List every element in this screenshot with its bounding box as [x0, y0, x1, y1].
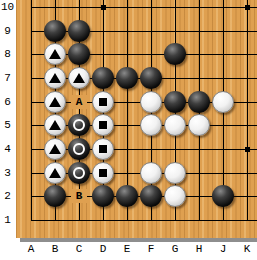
stone-white[interactable] [164, 185, 186, 207]
stone-white[interactable] [140, 162, 162, 184]
coord-label-row-2: 2 [0, 190, 15, 202]
coord-label-col-H: H [191, 243, 207, 255]
stone-white[interactable] [188, 114, 210, 136]
point-label-B[interactable]: B [71, 189, 87, 203]
stone-white-triangle-marked[interactable] [44, 138, 66, 160]
stone-black[interactable] [92, 185, 114, 207]
label-dash [79, 90, 80, 94]
coord-label-row-3: 3 [0, 167, 15, 179]
stone-white[interactable] [212, 91, 234, 113]
circle-mark [73, 119, 85, 131]
go-diagram: ABABCDEFGHJK10987654321 [0, 0, 257, 260]
stone-white-square-marked[interactable] [92, 91, 114, 113]
triangle-mark [49, 73, 61, 83]
stone-black-circle-marked[interactable] [68, 114, 90, 136]
triangle-mark [49, 168, 61, 178]
stone-white-triangle-marked[interactable] [44, 43, 66, 65]
circle-mark [73, 167, 85, 179]
stone-black[interactable] [92, 67, 114, 89]
label-dash [79, 184, 80, 188]
grid-line-vertical-A [31, 0, 32, 221]
coord-label-col-E: E [119, 243, 135, 255]
stone-white-square-marked[interactable] [92, 114, 114, 136]
coord-label-row-9: 9 [0, 25, 15, 37]
stone-black[interactable] [116, 185, 138, 207]
stone-white[interactable] [140, 114, 162, 136]
coord-label-row-10: 10 [0, 1, 15, 13]
coord-label-col-C: C [71, 243, 87, 255]
coord-label-col-D: D [95, 243, 111, 255]
coord-label-col-J: J [215, 243, 231, 255]
point-label-A[interactable]: A [71, 95, 87, 109]
grid-line-horizontal-1 [31, 220, 257, 221]
stone-black[interactable] [68, 43, 90, 65]
square-mark [99, 169, 107, 177]
stone-black-circle-marked[interactable] [68, 138, 90, 160]
stone-white-triangle-marked[interactable] [44, 91, 66, 113]
stone-white[interactable] [164, 162, 186, 184]
stone-black[interactable] [164, 91, 186, 113]
stone-white[interactable] [164, 114, 186, 136]
coord-label-col-B: B [47, 243, 63, 255]
stone-white-triangle-marked[interactable] [44, 114, 66, 136]
stone-black-circle-marked[interactable] [68, 162, 90, 184]
square-mark [99, 98, 107, 106]
triangle-mark [73, 73, 85, 83]
coord-label-col-G: G [167, 243, 183, 255]
stone-black[interactable] [164, 43, 186, 65]
star-point-K10 [245, 5, 250, 10]
stone-white-triangle-marked[interactable] [68, 67, 90, 89]
stone-black[interactable] [116, 67, 138, 89]
stone-black[interactable] [44, 185, 66, 207]
grid-line-vertical-K [247, 0, 248, 221]
stone-white-triangle-marked[interactable] [44, 162, 66, 184]
label-dash [79, 205, 80, 209]
stone-white-square-marked[interactable] [92, 162, 114, 184]
circle-mark [73, 143, 85, 155]
coord-label-col-F: F [143, 243, 159, 255]
stone-black[interactable] [140, 67, 162, 89]
coord-label-col-A: A [23, 243, 39, 255]
stone-white[interactable] [140, 91, 162, 113]
coord-label-row-5: 5 [0, 119, 15, 131]
board-edge-shadow [20, 238, 257, 242]
triangle-mark [49, 97, 61, 107]
coord-label-col-K: K [239, 243, 255, 255]
stone-black[interactable] [68, 20, 90, 42]
stone-white-square-marked[interactable] [92, 138, 114, 160]
stone-black[interactable] [212, 185, 234, 207]
triangle-mark [49, 144, 61, 154]
coord-label-row-6: 6 [0, 96, 15, 108]
stone-black[interactable] [44, 20, 66, 42]
square-mark [99, 145, 107, 153]
grid-line-horizontal-10 [31, 7, 257, 8]
triangle-mark [49, 120, 61, 130]
star-point-K4 [245, 147, 250, 152]
stone-white-triangle-marked[interactable] [44, 67, 66, 89]
star-point-D10 [101, 5, 106, 10]
stone-black[interactable] [188, 91, 210, 113]
triangle-mark [49, 49, 61, 59]
coord-label-row-8: 8 [0, 48, 15, 60]
stone-black[interactable] [140, 185, 162, 207]
coord-label-row-1: 1 [0, 214, 15, 226]
coord-label-row-4: 4 [0, 143, 15, 155]
coord-label-row-7: 7 [0, 72, 15, 84]
square-mark [99, 121, 107, 129]
